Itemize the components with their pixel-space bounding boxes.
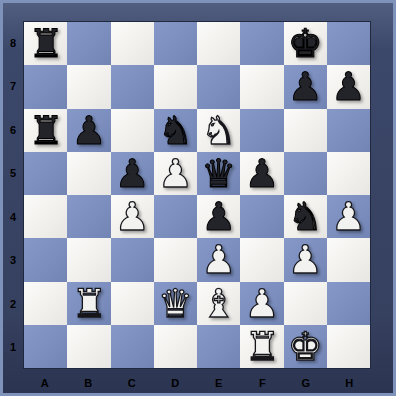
square-g8[interactable]: ♚ [284,22,327,65]
white-queen[interactable]: ♛ [158,284,193,323]
square-e7[interactable] [197,65,240,108]
square-h7[interactable]: ♟ [327,65,370,108]
file-label-b: B [67,370,111,396]
rank-label-1: 1 [3,326,23,370]
black-rook[interactable]: ♜ [28,24,63,63]
square-f4[interactable] [240,195,283,238]
square-h3[interactable] [327,238,370,281]
square-g2[interactable] [284,282,327,325]
rank-label-5: 5 [3,152,23,196]
square-h6[interactable] [327,109,370,152]
square-d2[interactable]: ♛ [154,282,197,325]
black-pawn[interactable]: ♟ [244,154,279,193]
rank-label-2: 2 [3,282,23,326]
file-label-h: H [328,370,372,396]
white-king[interactable]: ♚ [288,327,323,366]
chess-board: ♜♚♟♟♜♟♞♞♟♟♛♟♟♟♞♟♟♟♜♛♝♟♜♚ [23,21,371,369]
square-c6[interactable] [111,109,154,152]
square-h4[interactable]: ♟ [327,195,370,238]
rank-label-7: 7 [3,65,23,109]
square-c1[interactable] [111,325,154,368]
square-b1[interactable] [67,325,110,368]
white-pawn[interactable]: ♟ [201,240,236,279]
black-knight[interactable]: ♞ [288,197,323,236]
file-label-d: D [154,370,198,396]
file-label-g: G [284,370,328,396]
square-c4[interactable]: ♟ [111,195,154,238]
white-pawn[interactable]: ♟ [115,197,150,236]
file-label-a: A [23,370,67,396]
square-g1[interactable]: ♚ [284,325,327,368]
black-pawn[interactable]: ♟ [288,67,323,106]
square-f3[interactable] [240,238,283,281]
square-b7[interactable] [67,65,110,108]
square-b2[interactable]: ♜ [67,282,110,325]
square-f8[interactable] [240,22,283,65]
square-a6[interactable]: ♜ [24,109,67,152]
white-pawn[interactable]: ♟ [244,284,279,323]
square-e1[interactable] [197,325,240,368]
rank-label-3: 3 [3,239,23,283]
square-e4[interactable]: ♟ [197,195,240,238]
black-rook[interactable]: ♜ [28,111,63,150]
white-pawn[interactable]: ♟ [158,154,193,193]
square-d5[interactable]: ♟ [154,152,197,195]
square-g3[interactable]: ♟ [284,238,327,281]
square-d4[interactable] [154,195,197,238]
square-e5[interactable]: ♛ [197,152,240,195]
square-b8[interactable] [67,22,110,65]
black-pawn[interactable]: ♟ [115,154,150,193]
square-g4[interactable]: ♞ [284,195,327,238]
square-c5[interactable]: ♟ [111,152,154,195]
square-b6[interactable]: ♟ [67,109,110,152]
square-e8[interactable] [197,22,240,65]
square-h8[interactable] [327,22,370,65]
white-rook[interactable]: ♜ [71,284,106,323]
square-a3[interactable] [24,238,67,281]
board-frame: 87654321 ♜♚♟♟♜♟♞♞♟♟♛♟♟♟♞♟♟♟♜♛♝♟♜♚ ABCDEF… [0,0,396,396]
file-label-e: E [197,370,241,396]
square-b4[interactable] [67,195,110,238]
square-g6[interactable] [284,109,327,152]
square-d6[interactable]: ♞ [154,109,197,152]
square-e6[interactable]: ♞ [197,109,240,152]
rank-label-8: 8 [3,21,23,65]
white-pawn[interactable]: ♟ [331,197,366,236]
square-a1[interactable] [24,325,67,368]
square-a5[interactable] [24,152,67,195]
rank-labels: 87654321 [3,21,23,369]
rank-label-4: 4 [3,195,23,239]
square-f6[interactable] [240,109,283,152]
white-knight[interactable]: ♞ [201,111,236,150]
square-c2[interactable] [111,282,154,325]
square-c8[interactable] [111,22,154,65]
file-labels: ABCDEFGH [23,370,371,396]
square-c3[interactable] [111,238,154,281]
square-e2[interactable]: ♝ [197,282,240,325]
square-d3[interactable] [154,238,197,281]
square-h2[interactable] [327,282,370,325]
square-c7[interactable] [111,65,154,108]
rank-label-6: 6 [3,108,23,152]
square-d7[interactable] [154,65,197,108]
black-pawn[interactable]: ♟ [71,111,106,150]
square-g5[interactable] [284,152,327,195]
square-b3[interactable] [67,238,110,281]
square-d8[interactable] [154,22,197,65]
square-f7[interactable] [240,65,283,108]
file-label-f: F [241,370,285,396]
square-h5[interactable] [327,152,370,195]
square-d1[interactable] [154,325,197,368]
white-pawn[interactable]: ♟ [288,240,323,279]
white-rook[interactable]: ♜ [244,327,279,366]
black-knight[interactable]: ♞ [158,111,193,150]
square-f5[interactable]: ♟ [240,152,283,195]
square-f2[interactable]: ♟ [240,282,283,325]
square-a8[interactable]: ♜ [24,22,67,65]
file-label-c: C [110,370,154,396]
white-bishop[interactable]: ♝ [201,284,236,323]
black-pawn[interactable]: ♟ [331,67,366,106]
square-e3[interactable]: ♟ [197,238,240,281]
square-f1[interactable]: ♜ [240,325,283,368]
black-king[interactable]: ♚ [288,24,323,63]
square-a7[interactable] [24,65,67,108]
square-a4[interactable] [24,195,67,238]
square-h1[interactable] [327,325,370,368]
square-g7[interactable]: ♟ [284,65,327,108]
square-b5[interactable] [67,152,110,195]
black-pawn[interactable]: ♟ [201,197,236,236]
square-a2[interactable] [24,282,67,325]
black-queen[interactable]: ♛ [201,154,236,193]
